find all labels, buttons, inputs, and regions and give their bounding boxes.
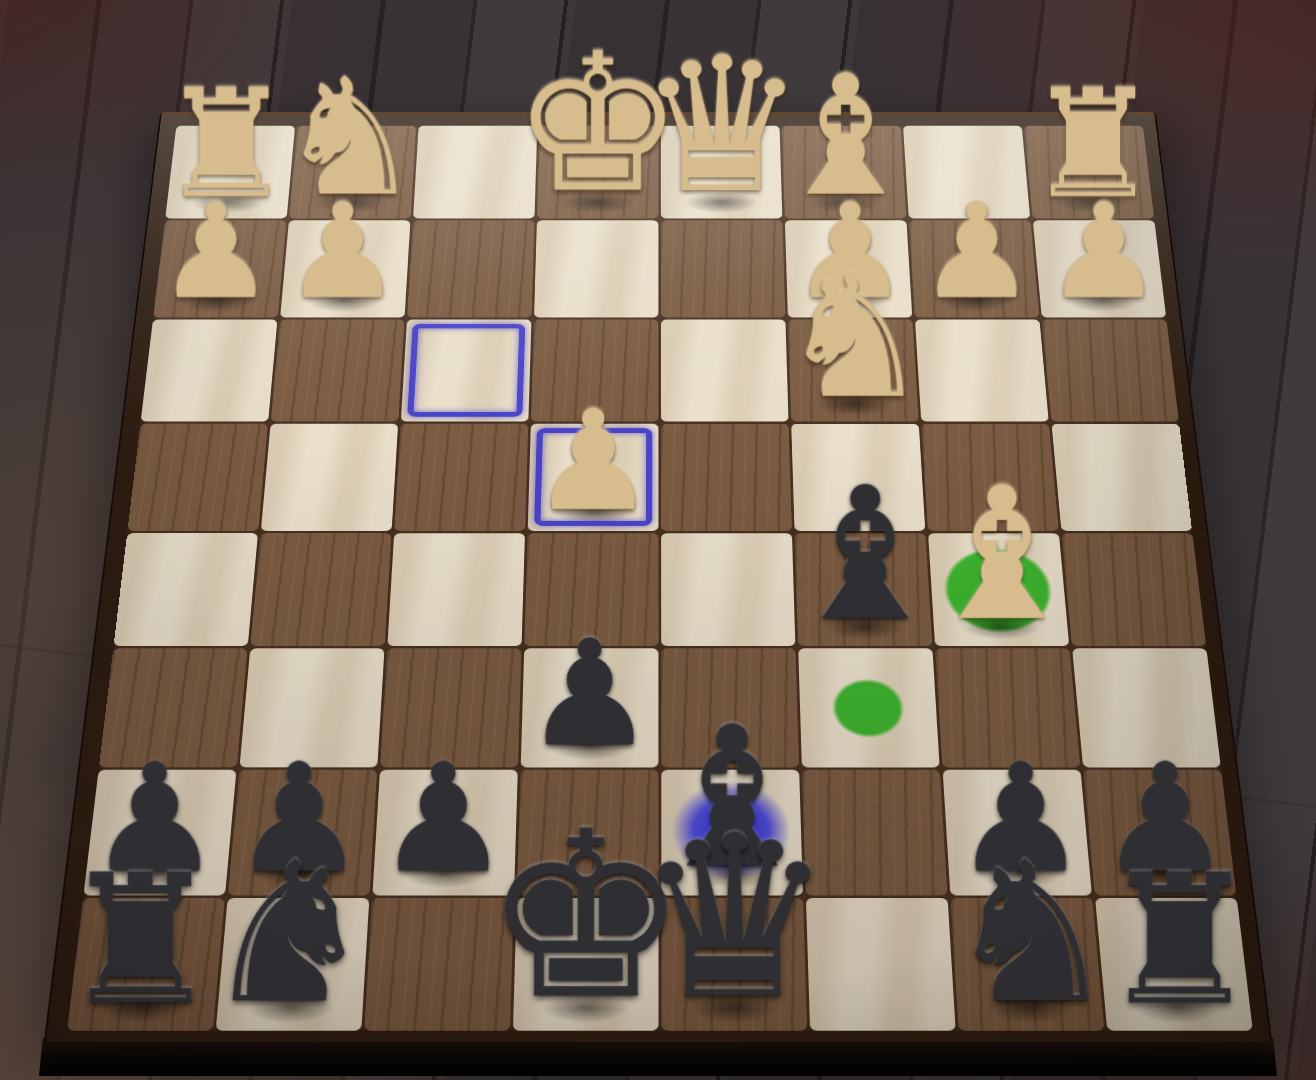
chess-app-screen: ♜♞♚♛♝♜♟♟♟♟♟♞♟♝♝♟♟♟♟♝♟♟♜♞♚♛♞♜: [0, 0, 1316, 1080]
scene-vignette: [0, 0, 1316, 1080]
